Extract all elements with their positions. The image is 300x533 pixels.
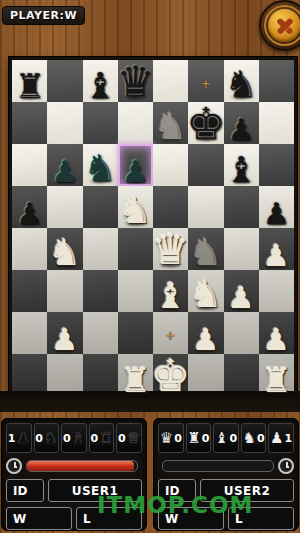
white-n-icon: ♞ — [243, 431, 256, 446]
piece-white-r-d1[interactable]: ♜ — [118, 330, 153, 396]
player-turn-badge: PLAYER:W — [2, 6, 85, 25]
square-g1[interactable] — [224, 354, 259, 396]
ghost-piece-white-n-e7[interactable]: ♞ — [153, 78, 188, 144]
white-q-icon: ♛ — [160, 431, 173, 446]
close-button-core — [268, 9, 300, 42]
piece-white-p-f2[interactable]: ♟ — [188, 288, 223, 354]
white-r-glyph: ♜ — [120, 365, 150, 396]
square-g2[interactable] — [224, 312, 259, 354]
square-f1[interactable] — [188, 354, 223, 396]
captured-black-r-box: 0♜ — [89, 423, 115, 453]
id-label: ID — [6, 479, 44, 502]
captured-pieces-tray-white: 1♟0♞0♝0♜0♛ — [6, 423, 142, 453]
piece-white-n-d5[interactable]: ♞ — [118, 162, 153, 228]
black-p-icon: ♟ — [16, 431, 29, 446]
captured-count: 0 — [118, 432, 126, 445]
piece-black-p-a5[interactable]: ♟ — [12, 162, 47, 228]
clock-icon — [278, 458, 294, 474]
app-window: PLAYER:W ♜♝♛♞♚+♟♞♟♞♟♝♟♞♟♞♛♞♟♝♞♟♟♟♟♜♚+♜ 1… — [0, 0, 300, 533]
square-f6[interactable] — [188, 144, 223, 186]
captured-count: 0 — [174, 432, 182, 445]
square-c4[interactable] — [83, 228, 118, 270]
captured-count: 1 — [285, 432, 293, 445]
win-box-white: W — [6, 507, 72, 530]
piece-white-p-g3[interactable]: ♟ — [224, 246, 259, 312]
clock-icon — [6, 458, 22, 474]
square-d4[interactable] — [118, 228, 153, 270]
piece-white-p-h4[interactable]: ♟ — [259, 204, 294, 270]
white-k-glyph: ♚ — [151, 356, 190, 396]
white-n-glyph: ♞ — [119, 194, 152, 228]
black-p-glyph: ♟ — [16, 200, 43, 228]
captured-count: 0 — [202, 432, 210, 445]
square-h7[interactable] — [259, 102, 294, 144]
piece-white-r-h1[interactable]: ♜ — [259, 330, 294, 396]
piece-black-k-f7[interactable]: ♚+ — [188, 78, 223, 144]
white-p-glyph: ♟ — [228, 284, 255, 312]
square-a1[interactable] — [12, 354, 47, 396]
timer-bar-black — [162, 460, 274, 472]
black-n-icon: ♞ — [44, 431, 57, 446]
piece-black-b-c8[interactable]: ♝ — [83, 36, 118, 102]
timer-bar-white — [26, 460, 138, 472]
piece-black-r-a8[interactable]: ♜ — [12, 36, 47, 102]
white-n-glyph: ♞ — [48, 236, 81, 270]
piece-black-b-g6[interactable]: ♝ — [224, 120, 259, 186]
square-d3[interactable] — [118, 270, 153, 312]
black-r-glyph: ♜ — [14, 71, 44, 102]
black-q-icon: ♛ — [127, 431, 140, 446]
square-a7[interactable] — [12, 102, 47, 144]
black-q-glyph: ♛ — [117, 63, 155, 102]
piece-black-q-d8[interactable]: ♛ — [118, 36, 153, 102]
white-r-icon: ♜ — [187, 431, 200, 446]
king-cross-icon: + — [201, 77, 211, 91]
white-b-glyph: ♝ — [154, 279, 186, 312]
captured-black-q-box: 0♛ — [116, 423, 142, 453]
black-b-icon: ♝ — [72, 431, 85, 446]
square-b1[interactable] — [47, 354, 82, 396]
square-g5[interactable] — [224, 186, 259, 228]
captured-pieces-tray-black: ♛0♜0♝0♞0♟1 — [158, 423, 294, 453]
captured-black-p-box: 1♟ — [6, 423, 32, 453]
captured-black-b-box: 0♝ — [61, 423, 87, 453]
captured-count: 0 — [35, 432, 43, 445]
square-c2[interactable] — [83, 312, 118, 354]
square-a4[interactable] — [12, 228, 47, 270]
black-n-glyph: ♞ — [84, 152, 117, 186]
watermark: ITMOP.COM — [97, 492, 253, 518]
square-e6[interactable] — [153, 144, 188, 186]
black-b-glyph: ♝ — [225, 153, 257, 186]
captured-count: 0 — [91, 432, 99, 445]
square-c5[interactable] — [83, 186, 118, 228]
captured-white-p-box: ♟1 — [268, 423, 294, 453]
white-p-glyph: ♟ — [51, 326, 78, 354]
square-c3[interactable] — [83, 270, 118, 312]
black-r-icon: ♜ — [99, 431, 112, 446]
captured-white-q-box: ♛0 — [158, 423, 184, 453]
black-k-glyph: ♚ — [186, 104, 225, 144]
square-a3[interactable] — [12, 270, 47, 312]
captured-white-b-box: ♝0 — [213, 423, 239, 453]
piece-white-n-b4[interactable]: ♞ — [47, 204, 82, 270]
captured-count: 0 — [229, 432, 237, 445]
white-p-glyph: ♟ — [192, 326, 219, 354]
captured-white-n-box: ♞0 — [241, 423, 267, 453]
square-b8[interactable] — [47, 60, 82, 102]
piece-white-p-b2[interactable]: ♟ — [47, 288, 82, 354]
square-h8[interactable] — [259, 60, 294, 102]
white-b-icon: ♝ — [215, 431, 228, 446]
piece-black-p-b6[interactable]: ♟ — [47, 120, 82, 186]
chess-board[interactable]: ♜♝♛♞♚+♟♞♟♞♟♝♟♞♟♞♛♞♟♝♞♟♟♟♟♜♚+♜ — [9, 57, 297, 399]
captured-count: 1 — [8, 432, 16, 445]
black-b-glyph: ♝ — [84, 69, 116, 102]
king-cross-icon: + — [166, 329, 176, 343]
piece-white-b-e3[interactable]: ♝ — [153, 246, 188, 312]
white-r-glyph: ♜ — [261, 365, 291, 396]
close-button[interactable] — [259, 0, 300, 51]
white-n-glyph: ♞ — [154, 110, 187, 144]
white-p-icon: ♟ — [270, 431, 283, 446]
captured-count: 0 — [257, 432, 265, 445]
captured-count: 0 — [63, 432, 71, 445]
piece-white-k-e1[interactable]: ♚+ — [153, 330, 188, 396]
piece-black-n-c6[interactable]: ♞ — [83, 120, 118, 186]
square-c1[interactable] — [83, 354, 118, 396]
black-p-glyph: ♟ — [51, 158, 78, 186]
white-p-glyph: ♟ — [263, 242, 290, 270]
captured-white-r-box: ♜0 — [186, 423, 212, 453]
square-a2[interactable] — [12, 312, 47, 354]
captured-black-n-box: 0♞ — [34, 423, 60, 453]
